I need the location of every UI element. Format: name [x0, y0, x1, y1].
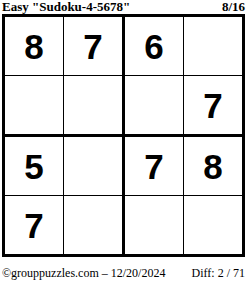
cell-r3c2[interactable]	[64, 137, 125, 196]
cell-r4c2[interactable]	[64, 196, 125, 254]
cell-r4c4[interactable]	[184, 196, 242, 254]
cell-r1c1[interactable]: 8	[5, 17, 64, 76]
cell-r2c1[interactable]	[5, 76, 64, 137]
cell-r3c3[interactable]: 7	[125, 137, 184, 196]
cell-r2c3[interactable]	[125, 76, 184, 137]
cell-r3c4[interactable]: 8	[184, 137, 242, 196]
copyright-text: ©grouppuzzles.com – 12/20/2024	[2, 266, 165, 280]
page-title: Easy "Sudoku-4-5678"	[2, 0, 130, 13]
sudoku-puzzle-page: Easy "Sudoku-4-5678" 8/16 8 7 6 7 5 7 8 …	[0, 0, 247, 282]
cell-r1c2[interactable]: 7	[64, 17, 125, 76]
page-number: 8/16	[222, 0, 245, 13]
cell-r4c1[interactable]: 7	[5, 196, 64, 254]
page-footer: ©grouppuzzles.com – 12/20/2024 Diff: 2 /…	[2, 265, 245, 280]
cell-r2c2[interactable]	[64, 76, 125, 137]
cell-r1c4[interactable]	[184, 17, 242, 76]
sudoku-grid: 8 7 6 7 5 7 8 7	[2, 14, 245, 257]
cell-r3c1[interactable]: 5	[5, 137, 64, 196]
cell-r2c4[interactable]: 7	[184, 76, 242, 137]
cell-r1c3[interactable]: 6	[125, 17, 184, 76]
cell-r4c3[interactable]	[125, 196, 184, 254]
difficulty-text: Diff: 2 / 71	[192, 266, 245, 280]
page-header: Easy "Sudoku-4-5678" 8/16	[2, 0, 245, 14]
